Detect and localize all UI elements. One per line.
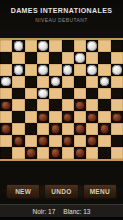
board-cell[interactable]	[25, 52, 37, 64]
board-cell[interactable]	[25, 88, 37, 100]
board-cell[interactable]	[25, 135, 37, 147]
board-cell[interactable]	[98, 123, 110, 135]
status-bar: Noir: 17 Blanc: 13	[0, 204, 123, 217]
board-cell[interactable]	[0, 111, 12, 123]
white-man-piece[interactable]	[87, 65, 97, 75]
board-cell[interactable]	[37, 147, 49, 159]
board-cell[interactable]	[98, 88, 110, 100]
black-man-piece[interactable]	[63, 113, 73, 123]
board-cell[interactable]	[49, 135, 61, 147]
new-game-button[interactable]: NEW	[6, 184, 40, 199]
board-cell[interactable]	[12, 64, 24, 76]
board-cell[interactable]	[37, 135, 49, 147]
board-cell[interactable]	[86, 40, 98, 52]
board-cell[interactable]	[62, 111, 74, 123]
board-cell[interactable]	[86, 64, 98, 76]
board-cell[interactable]	[74, 52, 86, 64]
board-cell[interactable]	[111, 111, 123, 123]
board-cell[interactable]	[12, 76, 24, 88]
black-man-piece[interactable]	[1, 101, 11, 111]
black-man-piece[interactable]	[51, 124, 61, 134]
board-cell[interactable]	[12, 88, 24, 100]
black-man-piece[interactable]	[75, 148, 85, 158]
board-cell[interactable]	[86, 135, 98, 147]
board-cell[interactable]	[37, 76, 49, 88]
board-cell[interactable]	[0, 40, 12, 52]
board-cell[interactable]	[25, 99, 37, 111]
board-cell[interactable]	[12, 111, 24, 123]
board-cell[interactable]	[98, 99, 110, 111]
board-cell[interactable]	[98, 76, 110, 88]
board-cell[interactable]	[25, 40, 37, 52]
board-cell[interactable]	[49, 64, 61, 76]
board-cell[interactable]	[12, 40, 24, 52]
board-cell[interactable]	[111, 52, 123, 64]
draughts-board[interactable]	[0, 40, 123, 159]
black-man-piece[interactable]	[51, 148, 61, 158]
board-cell[interactable]	[49, 111, 61, 123]
black-man-piece[interactable]	[112, 113, 122, 123]
board-cell[interactable]	[111, 147, 123, 159]
white-piece-count: Blanc: 13	[63, 208, 90, 215]
toolbar: NEW UNDO MENU	[0, 183, 123, 200]
board-cell[interactable]	[12, 123, 24, 135]
board-cell[interactable]	[0, 64, 12, 76]
board-cell[interactable]	[74, 135, 86, 147]
board-cell[interactable]	[12, 52, 24, 64]
board-cell[interactable]	[62, 123, 74, 135]
black-man-piece[interactable]	[75, 124, 85, 134]
board-cell[interactable]	[37, 88, 49, 100]
difficulty-label: NIVEAU DEBUTANT	[0, 17, 123, 23]
black-man-piece[interactable]	[87, 113, 97, 123]
board-cell[interactable]	[86, 111, 98, 123]
board-cell[interactable]	[111, 123, 123, 135]
app-title: DAMES INTERNATIONALES	[0, 7, 123, 14]
board-cell[interactable]	[74, 147, 86, 159]
white-man-piece[interactable]	[38, 89, 48, 99]
white-man-piece[interactable]	[38, 65, 48, 75]
board-cell[interactable]	[49, 52, 61, 64]
board-cell[interactable]	[12, 135, 24, 147]
black-man-piece[interactable]	[87, 136, 97, 146]
board-cell[interactable]	[12, 99, 24, 111]
white-man-piece[interactable]	[100, 77, 110, 87]
undo-button[interactable]: UNDO	[44, 184, 78, 199]
board-cell[interactable]	[49, 40, 61, 52]
black-man-piece[interactable]	[26, 148, 36, 158]
white-man-piece[interactable]	[75, 53, 85, 63]
board-cell[interactable]	[74, 99, 86, 111]
board-cell[interactable]	[49, 99, 61, 111]
board-cell[interactable]	[74, 76, 86, 88]
board-cell[interactable]	[25, 147, 37, 159]
board-cell[interactable]	[0, 147, 12, 159]
board-cell[interactable]	[111, 76, 123, 88]
board-cell[interactable]	[12, 147, 24, 159]
board-cell[interactable]	[62, 88, 74, 100]
board-cell[interactable]	[49, 88, 61, 100]
board-cell[interactable]	[74, 123, 86, 135]
board-cell[interactable]	[98, 40, 110, 52]
black-man-piece[interactable]	[14, 136, 24, 146]
board-cell[interactable]	[25, 76, 37, 88]
board-cell[interactable]	[62, 76, 74, 88]
board-cell[interactable]	[74, 64, 86, 76]
board-cell[interactable]	[62, 99, 74, 111]
board-cell[interactable]	[74, 40, 86, 52]
board-cell[interactable]	[111, 99, 123, 111]
white-man-piece[interactable]	[51, 77, 61, 87]
board-cell[interactable]	[37, 40, 49, 52]
board-cell[interactable]	[37, 64, 49, 76]
board-cell[interactable]	[25, 123, 37, 135]
board-cell[interactable]	[49, 76, 61, 88]
black-man-piece[interactable]	[100, 124, 110, 134]
white-man-piece[interactable]	[1, 77, 11, 87]
board-cell[interactable]	[98, 147, 110, 159]
board-cell[interactable]	[111, 88, 123, 100]
header: DAMES INTERNATIONALES NIVEAU DEBUTANT	[0, 0, 123, 38]
board-cell[interactable]	[111, 40, 123, 52]
board-cell[interactable]	[25, 64, 37, 76]
board-cell[interactable]	[62, 64, 74, 76]
board-cell[interactable]	[0, 52, 12, 64]
menu-button[interactable]: MENU	[83, 184, 117, 199]
board-cell[interactable]	[86, 88, 98, 100]
board-cell[interactable]	[86, 147, 98, 159]
board-cell[interactable]	[62, 40, 74, 52]
board-cell[interactable]	[62, 135, 74, 147]
board-cell[interactable]	[37, 123, 49, 135]
black-man-piece[interactable]	[63, 136, 73, 146]
black-piece-count: Noir: 17	[33, 208, 56, 215]
board-cell[interactable]	[111, 135, 123, 147]
board-cell[interactable]	[86, 123, 98, 135]
board-cell[interactable]	[98, 64, 110, 76]
board-frame	[0, 38, 123, 161]
white-man-piece[interactable]	[38, 41, 48, 51]
board-cell[interactable]	[86, 99, 98, 111]
board-cell[interactable]	[0, 76, 12, 88]
white-man-piece[interactable]	[112, 65, 122, 75]
app-window: DAMES INTERNATIONALES NIVEAU DEBUTANT NE…	[0, 0, 123, 220]
board-cell[interactable]	[0, 135, 12, 147]
board-cell[interactable]	[25, 111, 37, 123]
black-man-piece[interactable]	[1, 124, 11, 134]
board-cell[interactable]	[62, 52, 74, 64]
board-cell[interactable]	[37, 52, 49, 64]
black-man-piece[interactable]	[38, 136, 48, 146]
board-cell[interactable]	[98, 135, 110, 147]
board-cell[interactable]	[111, 64, 123, 76]
black-man-piece[interactable]	[75, 101, 85, 111]
board-cell[interactable]	[49, 123, 61, 135]
board-cell[interactable]	[37, 111, 49, 123]
board-cell[interactable]	[86, 52, 98, 64]
white-man-piece[interactable]	[14, 65, 24, 75]
white-man-piece[interactable]	[63, 65, 73, 75]
white-man-piece[interactable]	[87, 41, 97, 51]
board-cell[interactable]	[62, 147, 74, 159]
board-cell[interactable]	[0, 88, 12, 100]
board-cell[interactable]	[49, 147, 61, 159]
bottom-strip	[0, 217, 123, 220]
board-cell[interactable]	[86, 76, 98, 88]
board-cell[interactable]	[98, 52, 110, 64]
board-cell[interactable]	[37, 99, 49, 111]
board-cell[interactable]	[0, 123, 12, 135]
board-cell[interactable]	[74, 111, 86, 123]
white-man-piece[interactable]	[14, 41, 24, 51]
black-man-piece[interactable]	[38, 113, 48, 123]
board-cell[interactable]	[0, 99, 12, 111]
board-cell[interactable]	[98, 111, 110, 123]
board-cell[interactable]	[74, 88, 86, 100]
